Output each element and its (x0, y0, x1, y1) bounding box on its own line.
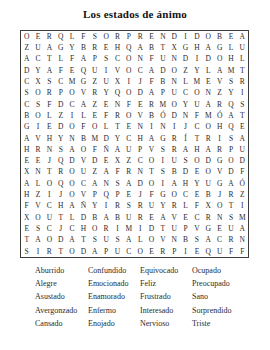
grid-cell: C (135, 65, 146, 76)
grid-cell: Y (100, 88, 111, 99)
grid-cell: U (225, 223, 236, 234)
grid-cell: A (112, 144, 123, 155)
grid-cell: E (123, 189, 134, 200)
grid-cell: O (89, 223, 100, 234)
grid-cell: A (21, 54, 32, 65)
grid-cell: F (66, 54, 77, 65)
grid-cell: N (157, 121, 168, 132)
grid-cell: E (89, 110, 100, 121)
grid-cell: T (237, 65, 248, 76)
grid-cell: R (214, 144, 225, 155)
grid-cell: V (169, 212, 180, 223)
grid-cell: O (146, 234, 157, 245)
grid-cell: F (112, 167, 123, 178)
word-list-item: Equivocado (140, 264, 192, 277)
grid-cell: N (169, 234, 180, 245)
grid-cell: L (32, 178, 43, 189)
grid-cell: A (237, 223, 248, 234)
grid-cell: B (214, 31, 225, 42)
grid-cell: A (180, 144, 191, 155)
grid-cell: E (66, 65, 77, 76)
word-list-item: Asustado (35, 290, 88, 303)
grid-cell: L (237, 54, 248, 65)
grid-cell: O (191, 155, 202, 166)
grid-cell: U (44, 212, 55, 223)
grid-cell: Z (89, 76, 100, 87)
word-list-item: Avergonzado (35, 304, 88, 317)
grid-cell: X (21, 167, 32, 178)
grid-cell: M (191, 76, 202, 87)
grid-cell: R (169, 133, 180, 144)
grid-cell: E (100, 155, 111, 166)
grid-cell: U (191, 99, 202, 110)
grid-cell: R (112, 201, 123, 212)
grid-cell: L (203, 65, 214, 76)
grid-cell: E (123, 121, 134, 132)
grid-cell: L (100, 121, 111, 132)
grid-cell: U (237, 144, 248, 155)
grid-cell: N (135, 121, 146, 132)
grid-cell: A (78, 54, 89, 65)
word-list-item: Cansado (35, 317, 88, 330)
grid-cell: S (237, 99, 248, 110)
grid-cell: V (78, 88, 89, 99)
grid-cell: B (112, 212, 123, 223)
grid-cell: M (123, 223, 134, 234)
grid-cell: E (191, 246, 202, 257)
grid-cell: O (66, 121, 77, 132)
grid-cell: Y (225, 88, 236, 99)
grid-cell: R (214, 99, 225, 110)
grid-cell: M (89, 133, 100, 144)
grid-cell: P (89, 189, 100, 200)
grid-cell: H (214, 121, 225, 132)
grid-cell: C (123, 133, 134, 144)
grid-cell: A (169, 178, 180, 189)
grid-cell: F (146, 54, 157, 65)
grid-cell: R (169, 144, 180, 155)
grid-cell: S (44, 76, 55, 87)
grid-cell: Z (214, 88, 225, 99)
grid-cell: N (135, 167, 146, 178)
grid-cell: A (237, 133, 248, 144)
grid-cell: U (32, 42, 43, 53)
grid-cell: J (135, 76, 146, 87)
grid-cell: O (32, 88, 43, 99)
grid-cell: R (225, 234, 236, 245)
grid-cell: L (66, 31, 77, 42)
grid-cell: U (169, 223, 180, 234)
grid-cell: F (78, 31, 89, 42)
grid-cell: U (169, 88, 180, 99)
grid-cell: I (180, 31, 191, 42)
grid-cell: T (225, 201, 236, 212)
grid-cell: P (55, 88, 66, 99)
grid-cell: F (225, 246, 236, 257)
grid-cell: I (214, 133, 225, 144)
grid-cell: I (44, 189, 55, 200)
grid-cell: V (146, 144, 157, 155)
grid-cell: O (66, 88, 77, 99)
grid-cell: U (100, 234, 111, 245)
grid-cell: S (157, 167, 168, 178)
grid-cell: A (203, 42, 214, 53)
grid-cell: X (32, 76, 43, 87)
grid-cell: A (66, 201, 77, 212)
grid-cell: Í (180, 133, 191, 144)
grid-cell: A (214, 65, 225, 76)
grid-cell: L (225, 42, 236, 53)
grid-cell: C (180, 189, 191, 200)
grid-cell: O (66, 167, 77, 178)
grid-cell: Q (55, 155, 66, 166)
grid-cell: U (123, 144, 134, 155)
grid-cell: O (169, 99, 180, 110)
grid-cell: Ó (237, 178, 248, 189)
grid-cell: A (225, 178, 236, 189)
word-search-grid: OERQLFSORPRENDIDOBEAZUAGYBREHQABTXGHAGLU… (20, 30, 249, 258)
grid-cell: B (146, 110, 157, 121)
grid-cell: L (180, 76, 191, 87)
grid-cell: E (237, 121, 248, 132)
grid-cell: O (89, 121, 100, 132)
grid-cell: E (146, 246, 157, 257)
grid-cell: N (135, 54, 146, 65)
grid-cell: O (66, 246, 77, 257)
grid-cell: V (78, 189, 89, 200)
grid-cell: X (21, 212, 32, 223)
grid-cell: G (21, 121, 32, 132)
grid-cell: O (203, 167, 214, 178)
grid-cell: A (44, 42, 55, 53)
grid-cell: O (146, 178, 157, 189)
word-list-item: Alegre (35, 277, 88, 290)
grid-cell: Q (100, 189, 111, 200)
grid-cell: I (32, 246, 43, 257)
grid-cell: O (123, 110, 134, 121)
grid-cell: D (100, 133, 111, 144)
grid-cell: I (157, 178, 168, 189)
grid-cell: R (225, 189, 236, 200)
grid-cell: Q (123, 42, 134, 53)
grid-cell: D (135, 178, 146, 189)
grid-cell: E (21, 155, 32, 166)
grid-cell: E (225, 31, 236, 42)
grid-cell: M (157, 99, 168, 110)
grid-cell: G (157, 133, 168, 144)
grid-cell: A (123, 234, 134, 245)
grid-cell: H (78, 223, 89, 234)
grid-cell: N (237, 234, 248, 245)
grid-cell: P (100, 246, 111, 257)
grid-cell: L (55, 54, 66, 65)
grid-cell: E (191, 189, 202, 200)
grid-cell: D (146, 223, 157, 234)
grid-cell: G (157, 189, 168, 200)
grid-cell: V (191, 223, 202, 234)
grid-cell: H (180, 178, 191, 189)
word-list-item: Interesado (140, 304, 192, 317)
grid-cell: C (191, 212, 202, 223)
grid-cell: O (66, 189, 77, 200)
grid-cell: U (203, 178, 214, 189)
word-list-item: Emocionado (88, 277, 140, 290)
grid-cell: C (44, 201, 55, 212)
grid-cell: R (89, 88, 100, 99)
grid-cell: N (169, 54, 180, 65)
grid-cell: Z (89, 167, 100, 178)
grid-cell: T (55, 246, 66, 257)
grid-cell: Q (225, 99, 236, 110)
grid-cell: I (157, 155, 168, 166)
grid-cell: P (112, 189, 123, 200)
grid-cell: O (214, 54, 225, 65)
grid-cell: O (225, 155, 236, 166)
grid-cell: Y (112, 133, 123, 144)
grid-cell: A (100, 167, 111, 178)
grid-cell: C (21, 99, 32, 110)
grid-cell: C (214, 234, 225, 245)
grid-cell: S (191, 234, 202, 245)
grid-cell: Ó (214, 110, 225, 121)
grid-cell: H (225, 54, 236, 65)
grid-cell: C (32, 54, 43, 65)
grid-cell: A (100, 212, 111, 223)
grid-cell: O (44, 178, 55, 189)
grid-cell: J (55, 189, 66, 200)
grid-cell: C (135, 155, 146, 166)
grid-cell: D (169, 31, 180, 42)
grid-cell: E (21, 223, 32, 234)
grid-cell: S (55, 144, 66, 155)
grid-cell: P (135, 144, 146, 155)
grid-cell: B (180, 234, 191, 245)
grid-cell: A (66, 234, 77, 245)
grid-cell: V (214, 76, 225, 87)
grid-cell: A (203, 99, 214, 110)
word-list-item: Confundido (88, 264, 140, 277)
grid-cell: Ñ (78, 201, 89, 212)
grid-cell: V (112, 65, 123, 76)
grid-cell: B (78, 42, 89, 53)
grid-cell: Z (237, 189, 248, 200)
grid-cell: X (203, 201, 214, 212)
grid-cell: G (214, 155, 225, 166)
grid-cell: D (89, 155, 100, 166)
grid-cell: Q (55, 31, 66, 42)
grid-cell: I (112, 223, 123, 234)
grid-cell: V (214, 167, 225, 178)
word-list-item: Ocupado (192, 264, 254, 277)
grid-cell: D (237, 155, 248, 166)
grid-cell: R (169, 201, 180, 212)
grid-cell: M (225, 65, 236, 76)
grid-cell: D (203, 54, 214, 65)
grid-cell: A (32, 234, 43, 245)
grid-cell: R (44, 31, 55, 42)
grid-cell: I (123, 76, 134, 87)
grid-cell: A (135, 42, 146, 53)
grid-cell: U (89, 65, 100, 76)
grid-cell: F (100, 110, 111, 121)
grid-cell: U (100, 76, 111, 87)
grid-cell: B (157, 76, 168, 87)
grid-cell: N (203, 88, 214, 99)
grid-cell: R (55, 167, 66, 178)
grid-cell: C (44, 223, 55, 234)
grid-cell: N (100, 178, 111, 189)
grid-cell: G (55, 42, 66, 53)
grid-cell: E (180, 212, 191, 223)
grid-cell: T (112, 121, 123, 132)
word-list-item: Sorprendido (192, 304, 254, 317)
grid-cell: P (123, 31, 134, 42)
grid-cell: L (44, 110, 55, 121)
grid-cell: U (237, 42, 248, 53)
grid-cell: X (112, 155, 123, 166)
grid-cell: H (191, 144, 202, 155)
grid-cell: Z (180, 65, 191, 76)
grid-cell: I (32, 121, 43, 132)
grid-cell: I (100, 201, 111, 212)
grid-cell: V (157, 234, 168, 245)
grid-cell: B (21, 110, 32, 121)
grid-cell: X (112, 76, 123, 87)
grid-cell: S (225, 212, 236, 223)
grid-cell: B (146, 42, 157, 53)
grid-cell: F (55, 65, 66, 76)
grid-cell: O (123, 65, 134, 76)
grid-cell: Z (123, 155, 134, 166)
grid-cell: R (112, 31, 123, 42)
grid-cell: N (180, 110, 191, 121)
grid-cell: V (32, 133, 43, 144)
grid-cell: U (169, 155, 180, 166)
grid-cell: C (78, 178, 89, 189)
grid-cell: F (191, 110, 202, 121)
grid-cell: A (203, 234, 214, 245)
grid-cell: E (100, 42, 111, 53)
grid-cell: S (180, 155, 191, 166)
grid-cell: U (112, 246, 123, 257)
grid-cell: F (146, 76, 157, 87)
grid-cell: G (180, 42, 191, 53)
grid-cell: D (157, 65, 168, 76)
grid-cell: C (191, 121, 202, 132)
grid-cell: H (55, 201, 66, 212)
grid-cell: N (169, 76, 180, 87)
grid-cell: F (123, 99, 134, 110)
grid-cell: P (169, 246, 180, 257)
grid-cell: Z (32, 189, 43, 200)
grid-cell: S (32, 99, 43, 110)
grid-cell: N (112, 99, 123, 110)
grid-cell: N (32, 167, 43, 178)
grid-cell: J (180, 121, 191, 132)
grid-cell: C (21, 76, 32, 87)
grid-cell: Q (55, 178, 66, 189)
grid-cell: T (21, 234, 32, 245)
word-list-item: Triste (192, 317, 254, 330)
grid-cell: I (100, 65, 111, 76)
grid-cell: A (21, 133, 32, 144)
grid-cell: C (180, 88, 191, 99)
grid-cell: F (89, 144, 100, 155)
grid-cell: L (78, 110, 89, 121)
grid-cell: E (32, 155, 43, 166)
grid-cell: F (146, 189, 157, 200)
grid-cell: O (44, 234, 55, 245)
grid-cell: I (169, 121, 180, 132)
grid-cell: R (146, 99, 157, 110)
grid-cell: U (214, 246, 225, 257)
word-list-item: Sano (192, 290, 254, 303)
grid-cell: R (44, 88, 55, 99)
grid-cell: I (146, 121, 157, 132)
grid-cell: N (214, 212, 225, 223)
grid-cell: U (78, 167, 89, 178)
grid-cell: C (55, 76, 66, 87)
word-list-item: Enojado (88, 317, 140, 330)
grid-cell: S (123, 201, 134, 212)
grid-cell: M (66, 76, 77, 87)
grid-cell: H (21, 189, 32, 200)
grid-cell: C (66, 99, 77, 110)
grid-cell: R (89, 42, 100, 53)
grid-cell: R (135, 31, 146, 42)
grid-cell: Ñ (100, 144, 111, 155)
grid-cell: S (112, 234, 123, 245)
grid-cell: D (169, 110, 180, 121)
grid-cell: T (157, 42, 168, 53)
grid-cell: A (203, 144, 214, 155)
grid-cell: Q (78, 65, 89, 76)
grid-cell: T (44, 54, 55, 65)
grid-cell: U (146, 201, 157, 212)
grid-cell: T (55, 212, 66, 223)
grid-cell: H (135, 133, 146, 144)
grid-cell: Ó (157, 110, 168, 121)
grid-cell: Q (225, 121, 236, 132)
grid-cell: E (146, 212, 157, 223)
grid-cell: P (180, 223, 191, 234)
grid-cell: C (66, 223, 77, 234)
grid-cell: V (78, 155, 89, 166)
word-list-item: Aburrido (35, 264, 88, 277)
grid-cell: Y (66, 42, 77, 53)
grid-cell: O (32, 110, 43, 121)
grid-cell: B (78, 133, 89, 144)
grid-cell: D (225, 167, 236, 178)
grid-cell: O (203, 121, 214, 132)
grid-cell: P (225, 144, 236, 155)
grid-cell: R (135, 201, 146, 212)
grid-cell: T (44, 167, 55, 178)
grid-cell: A (21, 178, 32, 189)
grid-cell: E (32, 31, 43, 42)
grid-cell: A (66, 144, 77, 155)
grid-cell: D (66, 155, 77, 166)
grid-cell: N (44, 144, 55, 155)
grid-cell: N (157, 31, 168, 42)
grid-cell: S (112, 178, 123, 189)
grid-cell: D (21, 65, 32, 76)
grid-cell: I (237, 201, 248, 212)
grid-cell: D (78, 212, 89, 223)
grid-cell: T (191, 133, 202, 144)
grid-cell: R (123, 167, 134, 178)
grid-cell: D (180, 167, 191, 178)
